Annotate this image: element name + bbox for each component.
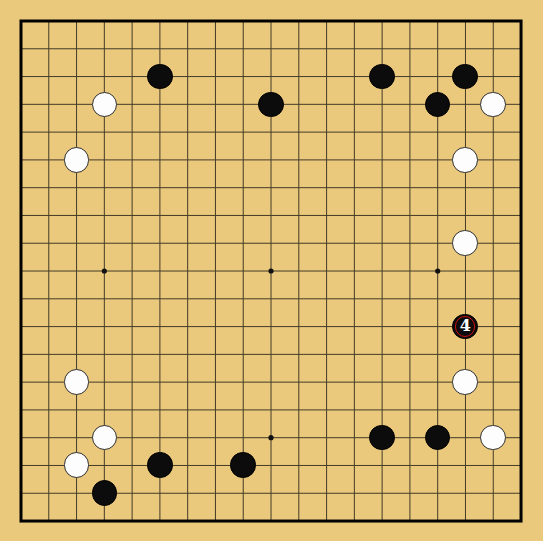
- intersection[interactable]: [507, 90, 535, 118]
- white-stone[interactable]: [452, 147, 478, 173]
- intersection[interactable]: [118, 507, 146, 535]
- intersection[interactable]: [313, 257, 341, 285]
- intersection[interactable]: [396, 7, 424, 35]
- intersection[interactable]: [507, 174, 535, 202]
- intersection[interactable]: [368, 118, 396, 146]
- intersection[interactable]: [340, 479, 368, 507]
- intersection[interactable]: [35, 257, 63, 285]
- intersection[interactable]: [146, 35, 174, 63]
- intersection[interactable]: [174, 35, 202, 63]
- black-stone[interactable]: [258, 92, 284, 118]
- intersection[interactable]: [90, 396, 118, 424]
- intersection[interactable]: [118, 63, 146, 91]
- intersection[interactable]: [313, 479, 341, 507]
- intersection[interactable]: [174, 90, 202, 118]
- intersection[interactable]: [174, 7, 202, 35]
- intersection[interactable]: [201, 146, 229, 174]
- intersection[interactable]: [35, 368, 63, 396]
- intersection[interactable]: [313, 507, 341, 535]
- intersection[interactable]: [368, 35, 396, 63]
- intersection[interactable]: [118, 479, 146, 507]
- intersection[interactable]: [146, 424, 174, 452]
- intersection[interactable]: [90, 7, 118, 35]
- intersection[interactable]: [63, 313, 91, 341]
- white-stone[interactable]: [480, 425, 506, 451]
- intersection[interactable]: [368, 313, 396, 341]
- intersection[interactable]: [479, 396, 507, 424]
- intersection[interactable]: [146, 146, 174, 174]
- intersection[interactable]: [313, 451, 341, 479]
- intersection[interactable]: [229, 90, 257, 118]
- intersection[interactable]: [451, 174, 479, 202]
- intersection[interactable]: [257, 35, 285, 63]
- intersection[interactable]: [174, 313, 202, 341]
- intersection[interactable]: [35, 285, 63, 313]
- intersection[interactable]: [90, 479, 118, 507]
- intersection[interactable]: [90, 368, 118, 396]
- intersection[interactable]: [424, 174, 452, 202]
- intersection[interactable]: [340, 146, 368, 174]
- intersection[interactable]: [451, 201, 479, 229]
- intersection[interactable]: [257, 257, 285, 285]
- intersection[interactable]: [118, 396, 146, 424]
- intersection[interactable]: [368, 424, 396, 452]
- intersection[interactable]: [35, 229, 63, 257]
- intersection[interactable]: [368, 451, 396, 479]
- intersection[interactable]: [424, 424, 452, 452]
- intersection[interactable]: [451, 35, 479, 63]
- intersection[interactable]: [118, 146, 146, 174]
- intersection[interactable]: [257, 118, 285, 146]
- intersection[interactable]: [451, 229, 479, 257]
- intersection[interactable]: [174, 257, 202, 285]
- intersection[interactable]: [424, 201, 452, 229]
- intersection[interactable]: [313, 313, 341, 341]
- intersection[interactable]: [118, 285, 146, 313]
- black-stone[interactable]: [147, 452, 173, 478]
- intersection[interactable]: [229, 146, 257, 174]
- intersection[interactable]: [507, 507, 535, 535]
- intersection[interactable]: [229, 313, 257, 341]
- intersection[interactable]: [424, 146, 452, 174]
- intersection[interactable]: [35, 63, 63, 91]
- intersection[interactable]: [35, 146, 63, 174]
- intersection[interactable]: [229, 63, 257, 91]
- intersection[interactable]: [313, 229, 341, 257]
- intersection[interactable]: [285, 201, 313, 229]
- intersection[interactable]: [146, 451, 174, 479]
- intersection[interactable]: [507, 479, 535, 507]
- intersection[interactable]: [285, 118, 313, 146]
- intersection[interactable]: [424, 7, 452, 35]
- intersection[interactable]: [313, 63, 341, 91]
- intersection[interactable]: [479, 201, 507, 229]
- intersection[interactable]: [7, 313, 35, 341]
- intersection[interactable]: [285, 451, 313, 479]
- intersection[interactable]: [146, 340, 174, 368]
- intersection[interactable]: [35, 340, 63, 368]
- intersection[interactable]: [257, 229, 285, 257]
- intersection[interactable]: [146, 7, 174, 35]
- intersection[interactable]: [424, 396, 452, 424]
- intersection[interactable]: [396, 201, 424, 229]
- intersection[interactable]: [63, 368, 91, 396]
- intersection[interactable]: [479, 479, 507, 507]
- intersection[interactable]: [90, 424, 118, 452]
- intersection[interactable]: [257, 63, 285, 91]
- intersection[interactable]: [451, 257, 479, 285]
- intersection[interactable]: [313, 396, 341, 424]
- intersection[interactable]: [285, 257, 313, 285]
- white-stone[interactable]: [64, 369, 90, 395]
- intersection[interactable]: [340, 285, 368, 313]
- intersection[interactable]: [257, 285, 285, 313]
- intersection[interactable]: [63, 507, 91, 535]
- intersection[interactable]: [424, 313, 452, 341]
- intersection[interactable]: [424, 479, 452, 507]
- intersection[interactable]: [285, 7, 313, 35]
- intersection[interactable]: [368, 479, 396, 507]
- intersection[interactable]: [396, 63, 424, 91]
- intersection[interactable]: [479, 90, 507, 118]
- intersection[interactable]: [451, 63, 479, 91]
- intersection[interactable]: [174, 340, 202, 368]
- intersection[interactable]: [201, 257, 229, 285]
- intersection[interactable]: [257, 174, 285, 202]
- intersection[interactable]: [368, 229, 396, 257]
- intersection[interactable]: [285, 507, 313, 535]
- intersection[interactable]: [201, 451, 229, 479]
- intersection[interactable]: [507, 285, 535, 313]
- intersection[interactable]: [285, 63, 313, 91]
- intersection[interactable]: [340, 63, 368, 91]
- intersection[interactable]: [90, 35, 118, 63]
- intersection[interactable]: [174, 229, 202, 257]
- intersection[interactable]: [35, 90, 63, 118]
- intersection[interactable]: [7, 90, 35, 118]
- intersection[interactable]: [229, 229, 257, 257]
- intersection[interactable]: [229, 174, 257, 202]
- intersection[interactable]: [35, 7, 63, 35]
- intersection[interactable]: [479, 313, 507, 341]
- intersection[interactable]: [229, 451, 257, 479]
- intersection[interactable]: [451, 90, 479, 118]
- intersection[interactable]: [7, 229, 35, 257]
- intersection[interactable]: [257, 368, 285, 396]
- intersection[interactable]: [229, 396, 257, 424]
- intersection[interactable]: [7, 368, 35, 396]
- intersection[interactable]: [118, 174, 146, 202]
- intersection[interactable]: [118, 340, 146, 368]
- intersection[interactable]: [201, 368, 229, 396]
- intersection[interactable]: [174, 63, 202, 91]
- black-stone[interactable]: [425, 92, 451, 118]
- intersection[interactable]: [90, 229, 118, 257]
- intersection[interactable]: [340, 368, 368, 396]
- intersection[interactable]: [201, 424, 229, 452]
- intersection[interactable]: [257, 90, 285, 118]
- intersection[interactable]: [201, 7, 229, 35]
- intersection[interactable]: [174, 146, 202, 174]
- intersection[interactable]: [118, 451, 146, 479]
- intersection[interactable]: [313, 201, 341, 229]
- intersection[interactable]: [285, 229, 313, 257]
- intersection[interactable]: [396, 424, 424, 452]
- intersection[interactable]: [146, 201, 174, 229]
- intersection[interactable]: [229, 35, 257, 63]
- intersection[interactable]: [63, 63, 91, 91]
- intersection[interactable]: [229, 368, 257, 396]
- white-stone[interactable]: [480, 92, 506, 118]
- intersection[interactable]: [479, 35, 507, 63]
- intersection[interactable]: [257, 396, 285, 424]
- intersection[interactable]: [313, 90, 341, 118]
- intersection[interactable]: [507, 229, 535, 257]
- intersection[interactable]: [507, 368, 535, 396]
- intersection[interactable]: [257, 451, 285, 479]
- intersection[interactable]: [229, 285, 257, 313]
- intersection[interactable]: [313, 174, 341, 202]
- intersection[interactable]: [7, 201, 35, 229]
- intersection[interactable]: [201, 174, 229, 202]
- intersection[interactable]: [174, 118, 202, 146]
- intersection[interactable]: [118, 229, 146, 257]
- intersection[interactable]: [451, 118, 479, 146]
- intersection[interactable]: [229, 424, 257, 452]
- intersection[interactable]: [7, 7, 35, 35]
- intersection[interactable]: [368, 146, 396, 174]
- intersection[interactable]: [146, 396, 174, 424]
- intersection[interactable]: [507, 424, 535, 452]
- intersection[interactable]: [285, 146, 313, 174]
- intersection[interactable]: [424, 507, 452, 535]
- intersection[interactable]: [340, 396, 368, 424]
- intersection[interactable]: [257, 7, 285, 35]
- intersection[interactable]: [368, 285, 396, 313]
- intersection[interactable]: [7, 451, 35, 479]
- intersection[interactable]: [174, 285, 202, 313]
- intersection[interactable]: [201, 340, 229, 368]
- intersection[interactable]: [340, 35, 368, 63]
- intersection[interactable]: [146, 174, 174, 202]
- intersection[interactable]: [451, 507, 479, 535]
- intersection[interactable]: [35, 479, 63, 507]
- intersection[interactable]: [479, 7, 507, 35]
- intersection[interactable]: [201, 313, 229, 341]
- intersection[interactable]: [174, 424, 202, 452]
- intersection[interactable]: [313, 340, 341, 368]
- intersection[interactable]: [396, 174, 424, 202]
- intersection[interactable]: [63, 146, 91, 174]
- intersection[interactable]: [340, 229, 368, 257]
- intersection[interactable]: [90, 340, 118, 368]
- intersection[interactable]: [451, 451, 479, 479]
- intersection[interactable]: [7, 35, 35, 63]
- intersection[interactable]: [90, 257, 118, 285]
- intersection[interactable]: [35, 424, 63, 452]
- intersection[interactable]: [368, 201, 396, 229]
- intersection[interactable]: [368, 7, 396, 35]
- intersection[interactable]: [229, 479, 257, 507]
- intersection[interactable]: [396, 451, 424, 479]
- intersection[interactable]: [201, 35, 229, 63]
- intersection[interactable]: [396, 118, 424, 146]
- intersection[interactable]: [396, 479, 424, 507]
- white-stone[interactable]: [64, 452, 90, 478]
- intersection[interactable]: [35, 35, 63, 63]
- intersection[interactable]: [479, 229, 507, 257]
- intersection[interactable]: [229, 7, 257, 35]
- intersection[interactable]: [7, 257, 35, 285]
- intersection[interactable]: [340, 451, 368, 479]
- intersection[interactable]: [479, 118, 507, 146]
- intersection[interactable]: [479, 174, 507, 202]
- intersection[interactable]: [257, 146, 285, 174]
- intersection[interactable]: [90, 507, 118, 535]
- intersection[interactable]: [35, 118, 63, 146]
- intersection[interactable]: [201, 63, 229, 91]
- intersection[interactable]: [63, 201, 91, 229]
- intersection[interactable]: [396, 396, 424, 424]
- intersection[interactable]: [63, 35, 91, 63]
- intersection[interactable]: [90, 90, 118, 118]
- intersection[interactable]: [424, 63, 452, 91]
- intersection[interactable]: [146, 507, 174, 535]
- intersection[interactable]: [368, 507, 396, 535]
- intersection[interactable]: [7, 340, 35, 368]
- intersection[interactable]: [7, 507, 35, 535]
- intersection[interactable]: [229, 507, 257, 535]
- intersection[interactable]: [7, 396, 35, 424]
- intersection[interactable]: [507, 396, 535, 424]
- intersection[interactable]: [396, 507, 424, 535]
- black-stone[interactable]: [369, 64, 395, 90]
- black-stone[interactable]: [425, 425, 451, 451]
- intersection[interactable]: [313, 368, 341, 396]
- intersection[interactable]: [90, 63, 118, 91]
- intersection[interactable]: [146, 229, 174, 257]
- intersection[interactable]: [174, 451, 202, 479]
- white-stone[interactable]: [92, 425, 118, 451]
- intersection[interactable]: [313, 35, 341, 63]
- intersection[interactable]: [63, 257, 91, 285]
- intersection[interactable]: [201, 507, 229, 535]
- intersection[interactable]: [340, 7, 368, 35]
- intersection[interactable]: [368, 368, 396, 396]
- intersection[interactable]: [257, 424, 285, 452]
- intersection[interactable]: [340, 174, 368, 202]
- intersection[interactable]: [118, 257, 146, 285]
- intersection[interactable]: [118, 118, 146, 146]
- intersection[interactable]: [146, 368, 174, 396]
- intersection[interactable]: [285, 340, 313, 368]
- intersection[interactable]: [229, 201, 257, 229]
- intersection[interactable]: [396, 229, 424, 257]
- intersection[interactable]: [424, 285, 452, 313]
- intersection[interactable]: [118, 90, 146, 118]
- intersection[interactable]: 4: [451, 313, 479, 341]
- intersection[interactable]: [313, 146, 341, 174]
- black-stone[interactable]: [230, 452, 256, 478]
- intersection[interactable]: [424, 118, 452, 146]
- intersection[interactable]: [257, 201, 285, 229]
- intersection[interactable]: [257, 340, 285, 368]
- intersection[interactable]: [285, 285, 313, 313]
- intersection[interactable]: [340, 118, 368, 146]
- intersection[interactable]: [174, 368, 202, 396]
- white-stone[interactable]: [452, 230, 478, 256]
- intersection[interactable]: [396, 368, 424, 396]
- intersection[interactable]: [201, 201, 229, 229]
- intersection[interactable]: [507, 313, 535, 341]
- intersection[interactable]: [424, 340, 452, 368]
- black-stone[interactable]: [452, 64, 478, 90]
- intersection[interactable]: [507, 201, 535, 229]
- intersection[interactable]: [479, 285, 507, 313]
- intersection[interactable]: [396, 257, 424, 285]
- intersection[interactable]: [479, 451, 507, 479]
- intersection[interactable]: [229, 257, 257, 285]
- intersection[interactable]: [90, 285, 118, 313]
- intersection[interactable]: [35, 396, 63, 424]
- intersection[interactable]: [201, 229, 229, 257]
- intersection[interactable]: [63, 174, 91, 202]
- intersection[interactable]: [90, 313, 118, 341]
- intersection[interactable]: [313, 118, 341, 146]
- intersection[interactable]: [285, 174, 313, 202]
- intersection[interactable]: [340, 424, 368, 452]
- intersection[interactable]: [479, 63, 507, 91]
- intersection[interactable]: [368, 174, 396, 202]
- intersection[interactable]: [507, 451, 535, 479]
- intersection[interactable]: [285, 35, 313, 63]
- intersection[interactable]: [201, 118, 229, 146]
- intersection[interactable]: [229, 340, 257, 368]
- intersection[interactable]: [340, 340, 368, 368]
- intersection[interactable]: [479, 257, 507, 285]
- intersection[interactable]: [368, 63, 396, 91]
- intersection[interactable]: [396, 146, 424, 174]
- intersection[interactable]: [118, 35, 146, 63]
- intersection[interactable]: [118, 201, 146, 229]
- intersection[interactable]: [63, 118, 91, 146]
- intersection[interactable]: [118, 368, 146, 396]
- intersection[interactable]: [507, 7, 535, 35]
- intersection[interactable]: [424, 451, 452, 479]
- intersection[interactable]: [368, 90, 396, 118]
- intersection[interactable]: [451, 424, 479, 452]
- black-stone[interactable]: [147, 64, 173, 90]
- intersection[interactable]: [368, 257, 396, 285]
- intersection[interactable]: [451, 7, 479, 35]
- black-stone[interactable]: [369, 425, 395, 451]
- intersection[interactable]: [257, 313, 285, 341]
- intersection[interactable]: [90, 174, 118, 202]
- intersection[interactable]: [146, 479, 174, 507]
- intersection[interactable]: [507, 340, 535, 368]
- intersection[interactable]: [7, 479, 35, 507]
- intersection[interactable]: [479, 368, 507, 396]
- intersection[interactable]: [451, 479, 479, 507]
- intersection[interactable]: [201, 90, 229, 118]
- intersection[interactable]: [507, 35, 535, 63]
- intersection[interactable]: [63, 451, 91, 479]
- intersection[interactable]: [146, 285, 174, 313]
- intersection[interactable]: [257, 479, 285, 507]
- intersection[interactable]: [313, 7, 341, 35]
- black-stone[interactable]: [92, 480, 118, 506]
- intersection[interactable]: [63, 396, 91, 424]
